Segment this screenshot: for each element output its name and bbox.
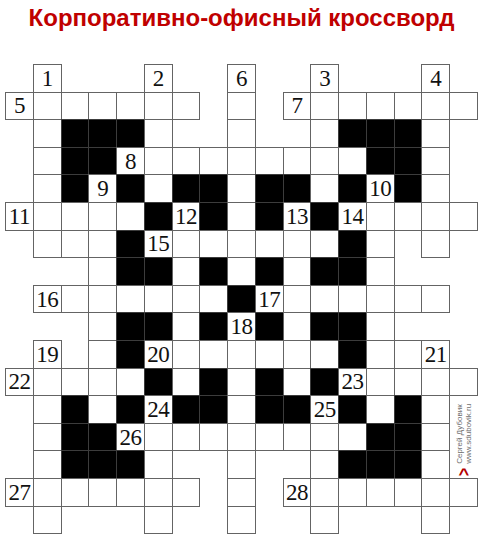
white-cell-r6c6[interactable] <box>172 230 201 259</box>
white-cell-r3c11[interactable] <box>310 147 339 176</box>
black-cell-r12c2 <box>61 395 90 424</box>
white-cell-r2c1[interactable] <box>33 119 62 148</box>
watermark-author: Сергей Дубовик <box>455 404 464 464</box>
clue-number-19: 19 <box>34 341 61 368</box>
white-cell-r8c14[interactable] <box>394 285 423 314</box>
black-cell-r2c2 <box>61 119 90 148</box>
white-cell-r6c10[interactable] <box>283 230 312 259</box>
black-cell-r12c12 <box>338 395 367 424</box>
white-cell-r7c13[interactable] <box>366 257 395 286</box>
white-cell-r12c11[interactable]: 25 <box>310 395 339 424</box>
white-cell-r15c5[interactable] <box>144 478 173 507</box>
white-cell-r10c5[interactable]: 20 <box>144 340 173 369</box>
white-cell-r1c8[interactable] <box>227 92 256 121</box>
white-cell-r0c15[interactable]: 4 <box>421 64 450 93</box>
black-cell-r6c4 <box>116 230 145 259</box>
clue-number-13: 13 <box>284 203 311 230</box>
black-cell-r4c12 <box>338 174 367 203</box>
black-cell-r9c9 <box>255 312 284 341</box>
crossword-page: Корпоративно-офисный кроссворд 126345789… <box>0 0 483 538</box>
black-cell-r9c11 <box>310 312 339 341</box>
black-cell-r7c9 <box>255 257 284 286</box>
white-cell-r10c11[interactable] <box>310 340 339 369</box>
white-cell-r13c9[interactable] <box>255 423 284 452</box>
white-cell-r12c8[interactable] <box>227 395 256 424</box>
white-cell-r11c14[interactable] <box>394 368 423 397</box>
white-cell-r8c1[interactable]: 16 <box>33 285 62 314</box>
white-cell-r11c1[interactable] <box>33 368 62 397</box>
white-cell-r3c4[interactable]: 8 <box>116 147 145 176</box>
clue-number-3: 3 <box>311 65 338 92</box>
white-cell-r15c3[interactable] <box>88 478 117 507</box>
white-cell-r1c11[interactable] <box>310 92 339 121</box>
white-cell-r10c6[interactable] <box>172 340 201 369</box>
white-cell-r10c7[interactable] <box>199 340 228 369</box>
clue-number-26: 26 <box>117 424 144 451</box>
black-cell-r3c3 <box>88 147 117 176</box>
black-cell-r14c13 <box>366 450 395 479</box>
white-cell-r13c6[interactable] <box>172 423 201 452</box>
white-cell-r10c10[interactable] <box>283 340 312 369</box>
black-cell-r2c14 <box>394 119 423 148</box>
white-cell-r11c8[interactable] <box>227 368 256 397</box>
white-cell-r8c9[interactable]: 17 <box>255 285 284 314</box>
white-cell-r8c11[interactable] <box>310 285 339 314</box>
black-cell-r3c2 <box>61 147 90 176</box>
clue-number-9: 9 <box>89 175 116 202</box>
black-cell-r12c4 <box>116 395 145 424</box>
white-cell-r15c1[interactable] <box>33 478 62 507</box>
white-cell-r6c13[interactable] <box>366 230 395 259</box>
clue-number-11: 11 <box>6 203 33 230</box>
white-cell-r3c15[interactable] <box>421 147 450 176</box>
white-cell-r11c4[interactable] <box>116 368 145 397</box>
white-cell-r0c8[interactable]: 6 <box>227 64 256 93</box>
white-cell-r11c3[interactable] <box>88 368 117 397</box>
clue-number-7: 7 <box>284 93 311 120</box>
white-cell-r10c13[interactable] <box>366 340 395 369</box>
white-cell-r13c10[interactable] <box>283 423 312 452</box>
white-cell-r6c5[interactable]: 15 <box>144 230 173 259</box>
white-cell-r11c2[interactable] <box>61 368 90 397</box>
white-cell-r13c8[interactable] <box>227 423 256 452</box>
white-cell-r15c12[interactable] <box>338 478 367 507</box>
white-cell-r12c1[interactable] <box>33 395 62 424</box>
white-cell-r16c1[interactable] <box>33 506 62 535</box>
black-cell-r8c8 <box>227 285 256 314</box>
white-cell-r16c15[interactable] <box>421 506 450 535</box>
white-cell-r4c15[interactable] <box>421 174 450 203</box>
clue-number-10: 10 <box>367 175 394 202</box>
white-cell-r0c5[interactable]: 2 <box>144 64 173 93</box>
white-cell-r5c6[interactable]: 12 <box>172 202 201 231</box>
white-cell-r1c10[interactable]: 7 <box>283 92 312 121</box>
white-cell-r6c11[interactable] <box>310 230 339 259</box>
crossword-board: 1263457891011121314151617181920212223242… <box>5 64 479 535</box>
clue-number-16: 16 <box>34 286 61 313</box>
white-cell-r10c1[interactable]: 19 <box>33 340 62 369</box>
black-cell-r6c12 <box>338 230 367 259</box>
white-cell-r1c4[interactable] <box>116 92 145 121</box>
white-cell-r16c5[interactable] <box>144 506 173 535</box>
black-cell-r12c7 <box>199 395 228 424</box>
white-cell-r4c3[interactable]: 9 <box>88 174 117 203</box>
black-cell-r4c10 <box>283 174 312 203</box>
white-cell-r4c1[interactable] <box>33 174 62 203</box>
black-cell-r12c6 <box>172 395 201 424</box>
clue-number-1: 1 <box>34 65 61 92</box>
clue-number-5: 5 <box>6 93 33 120</box>
white-cell-r7c6[interactable] <box>172 257 201 286</box>
white-cell-r0c11[interactable]: 3 <box>310 64 339 93</box>
clue-number-8: 8 <box>117 148 144 175</box>
white-cell-r8c2[interactable] <box>61 285 90 314</box>
black-cell-r4c9 <box>255 174 284 203</box>
white-cell-r6c9[interactable] <box>255 230 284 259</box>
clue-number-17: 17 <box>256 286 283 313</box>
white-cell-r1c3[interactable] <box>88 92 117 121</box>
white-cell-r8c10[interactable] <box>283 285 312 314</box>
black-cell-r11c9 <box>255 368 284 397</box>
white-cell-r8c5[interactable] <box>144 285 173 314</box>
clue-number-24: 24 <box>145 396 172 423</box>
clue-number-22: 22 <box>6 369 33 396</box>
clue-number-21: 21 <box>422 341 449 368</box>
black-cell-r10c12 <box>338 340 367 369</box>
white-cell-r5c12[interactable]: 14 <box>338 202 367 231</box>
white-cell-r3c5[interactable] <box>144 147 173 176</box>
white-cell-r1c15[interactable] <box>421 92 450 121</box>
white-cell-r5c1[interactable] <box>33 202 62 231</box>
black-cell-r7c11 <box>310 257 339 286</box>
black-cell-r3c13 <box>366 147 395 176</box>
white-cell-r5c2[interactable] <box>61 202 90 231</box>
white-cell-r15c15[interactable] <box>421 478 450 507</box>
black-cell-r14c14 <box>394 450 423 479</box>
clue-number-14: 14 <box>339 203 366 230</box>
white-cell-r1c16[interactable] <box>449 92 478 121</box>
white-cell-r1c6[interactable] <box>172 92 201 121</box>
white-cell-r3c1[interactable] <box>33 147 62 176</box>
black-cell-r4c14 <box>394 174 423 203</box>
white-cell-r4c13[interactable]: 10 <box>366 174 395 203</box>
white-cell-r7c8[interactable] <box>227 257 256 286</box>
white-cell-r12c13[interactable] <box>366 395 395 424</box>
white-cell-r12c3[interactable] <box>88 395 117 424</box>
white-cell-r4c5[interactable] <box>144 174 173 203</box>
white-cell-r0c1[interactable]: 1 <box>33 64 62 93</box>
white-cell-r9c13[interactable] <box>366 312 395 341</box>
white-cell-r5c8[interactable] <box>227 202 256 231</box>
black-cell-r14c4 <box>116 450 145 479</box>
white-cell-r2c8[interactable] <box>227 119 256 148</box>
white-cell-r9c8[interactable]: 18 <box>227 312 256 341</box>
white-cell-r8c13[interactable] <box>366 285 395 314</box>
page-title: Корпоративно-офисный кроссворд <box>0 4 483 32</box>
white-cell-r4c8[interactable] <box>227 174 256 203</box>
black-cell-r4c4 <box>116 174 145 203</box>
white-cell-r13c7[interactable] <box>199 423 228 452</box>
black-cell-r14c2 <box>61 450 90 479</box>
white-cell-r7c10[interactable] <box>283 257 312 286</box>
white-cell-r6c8[interactable] <box>227 230 256 259</box>
white-cell-r3c7[interactable] <box>199 147 228 176</box>
white-cell-r15c11[interactable] <box>310 478 339 507</box>
white-cell-r13c11[interactable] <box>310 423 339 452</box>
white-cell-r13c15[interactable] <box>421 423 450 452</box>
black-cell-r5c11 <box>310 202 339 231</box>
white-cell-r1c2[interactable] <box>61 92 90 121</box>
white-cell-r15c10[interactable]: 28 <box>283 478 312 507</box>
white-cell-r15c8[interactable] <box>227 478 256 507</box>
white-cell-r6c1[interactable] <box>33 230 62 259</box>
black-cell-r7c7 <box>199 257 228 286</box>
white-cell-r6c7[interactable] <box>199 230 228 259</box>
white-cell-r9c3[interactable] <box>88 312 117 341</box>
white-cell-r3c6[interactable] <box>172 147 201 176</box>
clue-number-12: 12 <box>173 203 200 230</box>
white-cell-r12c5[interactable]: 24 <box>144 395 173 424</box>
white-cell-r5c15[interactable] <box>421 202 450 231</box>
black-cell-r9c5 <box>144 312 173 341</box>
white-cell-r9c10[interactable] <box>283 312 312 341</box>
black-cell-r2c13 <box>366 119 395 148</box>
white-cell-r10c14[interactable] <box>394 340 423 369</box>
black-cell-r12c9 <box>255 395 284 424</box>
white-cell-r1c5[interactable] <box>144 92 173 121</box>
author-watermark: > Сергей Дубовик www.sdubovik.ru <box>451 388 477 476</box>
white-cell-r11c10[interactable] <box>283 368 312 397</box>
white-cell-r15c0[interactable]: 27 <box>5 478 34 507</box>
black-cell-r14c3 <box>88 450 117 479</box>
black-cell-r12c10 <box>283 395 312 424</box>
clue-number-18: 18 <box>228 313 255 340</box>
white-cell-r2c11[interactable] <box>310 119 339 148</box>
black-cell-r5c7 <box>199 202 228 231</box>
black-cell-r4c6 <box>172 174 201 203</box>
white-cell-r14c1[interactable] <box>33 450 62 479</box>
white-cell-r14c5[interactable] <box>144 450 173 479</box>
white-cell-r1c12[interactable] <box>338 92 367 121</box>
black-cell-r13c14 <box>394 423 423 452</box>
watermark-url: www.sdubovik.ru <box>464 404 473 464</box>
white-cell-r13c5[interactable] <box>144 423 173 452</box>
white-cell-r5c4[interactable] <box>116 202 145 231</box>
white-cell-r15c4[interactable] <box>116 478 145 507</box>
clue-number-28: 28 <box>284 479 311 506</box>
white-cell-r4c11[interactable] <box>310 174 339 203</box>
clue-number-27: 27 <box>6 479 33 506</box>
white-cell-r5c3[interactable] <box>88 202 117 231</box>
black-cell-r13c3 <box>88 423 117 452</box>
clue-number-25: 25 <box>311 396 338 423</box>
black-cell-r2c4 <box>116 119 145 148</box>
black-cell-r13c13 <box>366 423 395 452</box>
white-cell-r10c8[interactable] <box>227 340 256 369</box>
white-cell-r8c12[interactable] <box>338 285 367 314</box>
white-cell-r10c15[interactable]: 21 <box>421 340 450 369</box>
white-cell-r2c5[interactable] <box>144 119 173 148</box>
clue-number-4: 4 <box>422 65 449 92</box>
white-cell-r15c6[interactable] <box>172 478 201 507</box>
black-cell-r7c12 <box>338 257 367 286</box>
white-cell-r8c4[interactable] <box>116 285 145 314</box>
white-cell-r15c13[interactable] <box>366 478 395 507</box>
black-cell-r5c5 <box>144 202 173 231</box>
white-cell-r8c6[interactable] <box>172 285 201 314</box>
white-cell-r9c6[interactable] <box>172 312 201 341</box>
white-cell-r14c15[interactable] <box>421 450 450 479</box>
white-cell-r8c3[interactable] <box>88 285 117 314</box>
watermark-text: Сергей Дубовик www.sdubovik.ru <box>455 404 473 464</box>
clue-number-2: 2 <box>145 65 172 92</box>
white-cell-r16c11[interactable] <box>310 506 339 535</box>
black-cell-r4c7 <box>199 174 228 203</box>
black-cell-r4c2 <box>61 174 90 203</box>
white-cell-r12c15[interactable] <box>421 395 450 424</box>
white-cell-r5c10[interactable]: 13 <box>283 202 312 231</box>
black-cell-r5c9 <box>255 202 284 231</box>
black-cell-r3c14 <box>394 147 423 176</box>
clue-number-23: 23 <box>339 369 366 396</box>
white-cell-r11c6[interactable] <box>172 368 201 397</box>
white-cell-r10c9[interactable] <box>255 340 284 369</box>
white-cell-r1c13[interactable] <box>366 92 395 121</box>
black-cell-r9c12 <box>338 312 367 341</box>
white-cell-r11c12[interactable]: 23 <box>338 368 367 397</box>
white-cell-r13c12[interactable] <box>338 423 367 452</box>
white-cell-r13c1[interactable] <box>33 423 62 452</box>
white-cell-r11c15[interactable] <box>421 368 450 397</box>
white-cell-r15c14[interactable] <box>394 478 423 507</box>
black-cell-r2c3 <box>88 119 117 148</box>
white-cell-r6c3[interactable] <box>88 230 117 259</box>
white-cell-r6c15[interactable] <box>421 230 450 259</box>
black-cell-r7c4 <box>116 257 145 286</box>
clue-number-20: 20 <box>145 341 172 368</box>
white-cell-r8c15[interactable] <box>421 285 450 314</box>
clue-number-15: 15 <box>145 231 172 258</box>
black-cell-r2c12 <box>338 119 367 148</box>
black-cell-r7c5 <box>144 257 173 286</box>
white-cell-r1c14[interactable] <box>394 92 423 121</box>
black-cell-r13c2 <box>61 423 90 452</box>
white-cell-r3c8[interactable] <box>227 147 256 176</box>
white-cell-r2c15[interactable] <box>421 119 450 148</box>
white-cell-r7c3[interactable] <box>88 257 117 286</box>
white-cell-r16c8[interactable] <box>227 506 256 535</box>
white-cell-r5c14[interactable] <box>394 202 423 231</box>
white-cell-r13c4[interactable]: 26 <box>116 423 145 452</box>
white-cell-r11c13[interactable] <box>366 368 395 397</box>
white-cell-r14c11[interactable] <box>310 450 339 479</box>
black-cell-r10c4 <box>116 340 145 369</box>
white-cell-r15c16[interactable] <box>449 478 478 507</box>
white-cell-r15c2[interactable] <box>61 478 90 507</box>
white-cell-r10c3[interactable] <box>88 340 117 369</box>
white-cell-r5c16[interactable] <box>449 202 478 231</box>
chevron-up-icon: > <box>455 468 473 476</box>
white-cell-r11c0[interactable]: 22 <box>5 368 34 397</box>
black-cell-r11c5 <box>144 368 173 397</box>
black-cell-r14c12 <box>338 450 367 479</box>
white-cell-r3c10[interactable] <box>283 147 312 176</box>
black-cell-r9c7 <box>199 312 228 341</box>
white-cell-r3c9[interactable] <box>255 147 284 176</box>
black-cell-r11c11 <box>310 368 339 397</box>
white-cell-r6c2[interactable] <box>61 230 90 259</box>
white-cell-r8c7[interactable] <box>199 285 228 314</box>
black-cell-r12c14 <box>394 395 423 424</box>
white-cell-r1c0[interactable]: 5 <box>5 92 34 121</box>
black-cell-r9c4 <box>116 312 145 341</box>
white-cell-r3c12[interactable] <box>338 147 367 176</box>
white-cell-r5c0[interactable]: 11 <box>5 202 34 231</box>
white-cell-r14c8[interactable] <box>227 450 256 479</box>
white-cell-r5c13[interactable] <box>366 202 395 231</box>
clue-number-6: 6 <box>228 65 255 92</box>
black-cell-r11c7 <box>199 368 228 397</box>
white-cell-r1c1[interactable] <box>33 92 62 121</box>
